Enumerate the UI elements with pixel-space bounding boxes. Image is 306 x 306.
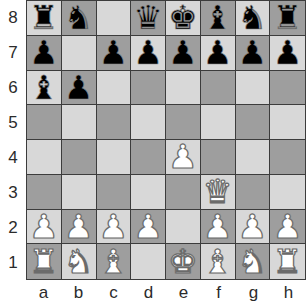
black-bishop: ♝: [203, 1, 233, 34]
square-a4[interactable]: [27, 140, 62, 175]
square-f7[interactable]: ♟: [201, 36, 236, 71]
square-h1[interactable]: ♜: [270, 244, 305, 279]
white-bishop: ♝: [203, 245, 233, 278]
white-knight: ♞: [64, 245, 94, 278]
square-d5[interactable]: [131, 105, 166, 140]
file-label-d: d: [131, 280, 166, 306]
white-pawn: ♟: [29, 210, 59, 243]
square-c3[interactable]: [97, 175, 132, 210]
square-d4[interactable]: [131, 140, 166, 175]
white-pawn: ♟: [99, 210, 129, 243]
white-pawn: ♟: [238, 210, 268, 243]
chess-diagram: 8 7 6 5 4 3 2 1 ♜♞♛♚♝♞♜♟♟♟♟♟♟♟♝♟♟♛♟♟♟♟♟♟…: [0, 0, 306, 306]
square-e7[interactable]: ♟: [166, 36, 201, 71]
square-a8[interactable]: ♜: [27, 1, 62, 36]
black-bishop: ♝: [29, 71, 59, 104]
square-g4[interactable]: [236, 140, 271, 175]
square-b3[interactable]: [62, 175, 97, 210]
square-h4[interactable]: [270, 140, 305, 175]
black-rook: ♜: [29, 1, 59, 34]
square-h7[interactable]: ♟: [270, 36, 305, 71]
black-pawn: ♟: [203, 36, 233, 69]
square-b2[interactable]: ♟: [62, 210, 97, 245]
square-e4[interactable]: ♟: [166, 140, 201, 175]
square-f1[interactable]: ♝: [201, 244, 236, 279]
square-g6[interactable]: [236, 71, 271, 106]
black-pawn: ♟: [238, 36, 268, 69]
rank-labels: 8 7 6 5 4 3 2 1: [0, 0, 26, 280]
square-d6[interactable]: [131, 71, 166, 106]
square-c6[interactable]: [97, 71, 132, 106]
black-pawn: ♟: [133, 36, 163, 69]
white-rook: ♜: [273, 245, 303, 278]
square-f6[interactable]: [201, 71, 236, 106]
square-g5[interactable]: [236, 105, 271, 140]
black-knight: ♞: [238, 1, 268, 34]
square-f5[interactable]: [201, 105, 236, 140]
rank-label-7: 7: [0, 35, 26, 70]
black-queen: ♛: [133, 1, 163, 34]
rank-label-8: 8: [0, 0, 26, 35]
white-pawn: ♟: [64, 210, 94, 243]
black-pawn: ♟: [99, 36, 129, 69]
square-e1[interactable]: ♚: [166, 244, 201, 279]
rank-label-2: 2: [0, 210, 26, 245]
white-pawn: ♟: [273, 210, 303, 243]
square-c4[interactable]: [97, 140, 132, 175]
black-rook: ♜: [273, 1, 303, 34]
square-e8[interactable]: ♚: [166, 1, 201, 36]
black-pawn: ♟: [273, 36, 303, 69]
file-label-g: g: [236, 280, 271, 306]
square-a1[interactable]: ♜: [27, 244, 62, 279]
square-g2[interactable]: ♟: [236, 210, 271, 245]
square-b5[interactable]: [62, 105, 97, 140]
rank-label-3: 3: [0, 175, 26, 210]
square-a5[interactable]: [27, 105, 62, 140]
square-a2[interactable]: ♟: [27, 210, 62, 245]
rank-label-4: 4: [0, 140, 26, 175]
square-b6[interactable]: ♟: [62, 71, 97, 106]
square-c7[interactable]: ♟: [97, 36, 132, 71]
rank-label-6: 6: [0, 70, 26, 105]
corner-spacer: [0, 280, 26, 306]
black-pawn: ♟: [64, 71, 94, 104]
square-g3[interactable]: [236, 175, 271, 210]
square-e3[interactable]: [166, 175, 201, 210]
square-g7[interactable]: ♟: [236, 36, 271, 71]
square-e5[interactable]: [166, 105, 201, 140]
square-h3[interactable]: [270, 175, 305, 210]
black-king: ♚: [168, 1, 198, 34]
file-label-b: b: [61, 280, 96, 306]
rank-label-1: 1: [0, 245, 26, 280]
square-h6[interactable]: [270, 71, 305, 106]
square-c1[interactable]: ♝: [97, 244, 132, 279]
square-b8[interactable]: ♞: [62, 1, 97, 36]
square-f8[interactable]: ♝: [201, 1, 236, 36]
square-h5[interactable]: [270, 105, 305, 140]
white-knight: ♞: [238, 245, 268, 278]
rank-label-5: 5: [0, 105, 26, 140]
square-f3[interactable]: ♛: [201, 175, 236, 210]
white-king: ♚: [168, 245, 198, 278]
square-d3[interactable]: [131, 175, 166, 210]
square-h8[interactable]: ♜: [270, 1, 305, 36]
chess-board: ♜♞♛♚♝♞♜♟♟♟♟♟♟♟♝♟♟♛♟♟♟♟♟♟♟♜♞♝♚♝♞♜: [26, 0, 306, 280]
white-pawn: ♟: [203, 210, 233, 243]
square-c8[interactable]: [97, 1, 132, 36]
square-f2[interactable]: ♟: [201, 210, 236, 245]
square-c2[interactable]: ♟: [97, 210, 132, 245]
white-pawn: ♟: [133, 210, 163, 243]
square-e2[interactable]: [166, 210, 201, 245]
square-b4[interactable]: [62, 140, 97, 175]
white-bishop: ♝: [99, 245, 129, 278]
black-pawn: ♟: [168, 36, 198, 69]
white-rook: ♜: [29, 245, 59, 278]
square-d1[interactable]: [131, 244, 166, 279]
black-pawn: ♟: [29, 36, 59, 69]
square-f4[interactable]: [201, 140, 236, 175]
file-label-h: h: [271, 280, 306, 306]
file-label-a: a: [26, 280, 61, 306]
square-h2[interactable]: ♟: [270, 210, 305, 245]
square-g1[interactable]: ♞: [236, 244, 271, 279]
square-a7[interactable]: ♟: [27, 36, 62, 71]
square-d8[interactable]: ♛: [131, 1, 166, 36]
square-a6[interactable]: ♝: [27, 71, 62, 106]
square-g8[interactable]: ♞: [236, 1, 271, 36]
square-d7[interactable]: ♟: [131, 36, 166, 71]
square-a3[interactable]: [27, 175, 62, 210]
square-e6[interactable]: [166, 71, 201, 106]
white-queen: ♛: [203, 175, 233, 208]
file-labels: a b c d e f g h: [26, 280, 306, 306]
white-pawn: ♟: [168, 140, 198, 173]
square-b1[interactable]: ♞: [62, 244, 97, 279]
square-c5[interactable]: [97, 105, 132, 140]
file-label-c: c: [96, 280, 131, 306]
square-d2[interactable]: ♟: [131, 210, 166, 245]
black-knight: ♞: [64, 1, 94, 34]
file-label-f: f: [201, 280, 236, 306]
file-label-e: e: [166, 280, 201, 306]
square-b7[interactable]: [62, 36, 97, 71]
